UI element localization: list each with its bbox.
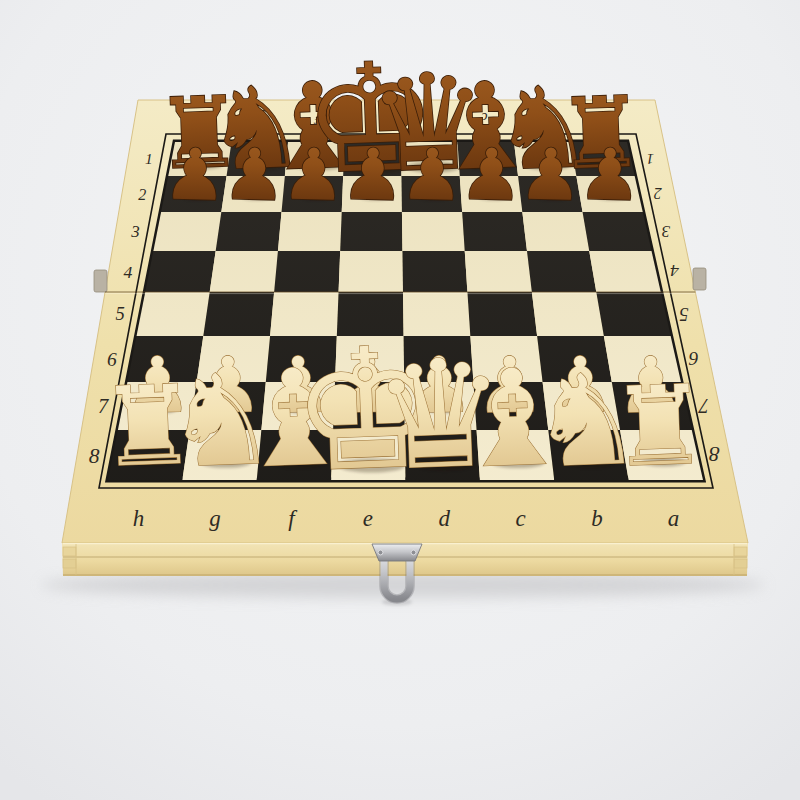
square-b3[interactable]: [522, 212, 589, 251]
file-label-bottom-a: a: [668, 506, 680, 531]
left-hinge: [94, 270, 107, 292]
file-label-bottom-g: g: [209, 506, 221, 531]
rank-label-right-4: 4: [670, 261, 679, 281]
file-label-bottom-d: d: [438, 506, 450, 531]
piece-dark-pawn-e2[interactable]: ♟: [340, 133, 406, 218]
piece-light-rook-a8[interactable]: ♜: [608, 361, 710, 491]
square-c3[interactable]: [462, 212, 527, 251]
square-g4[interactable]: [210, 251, 278, 292]
file-label-bottom-c: c: [516, 506, 526, 531]
square-e3[interactable]: [340, 212, 402, 251]
rank-label-right-1: 1: [646, 151, 654, 168]
finger-joint-right: [734, 547, 747, 556]
finger-joint-right: [734, 559, 747, 568]
chess-set-photo-scene: hgfedcbahgfedcba1122334455667788♜♞♝♚♛♝♞♜…: [0, 0, 800, 800]
clasp-screw: [378, 550, 383, 555]
rank-label-right-5: 5: [679, 304, 688, 325]
square-a4[interactable]: [589, 251, 660, 292]
piece-dark-pawn-d2[interactable]: ♟: [399, 133, 465, 218]
piece-dark-pawn-g2[interactable]: ♟: [221, 133, 287, 218]
piece-dark-pawn-h2[interactable]: ♟: [162, 133, 228, 218]
square-a5[interactable]: [596, 292, 670, 336]
square-h5[interactable]: [137, 292, 210, 336]
rank-label-left-2: 2: [138, 186, 146, 203]
square-d3[interactable]: [402, 212, 465, 251]
rank-label-right-3: 3: [662, 222, 671, 241]
finger-joint-left: [63, 559, 76, 568]
rank-label-left-3: 3: [130, 222, 139, 241]
square-h4[interactable]: [145, 251, 215, 292]
square-h3[interactable]: [153, 212, 221, 251]
right-hinge: [693, 268, 706, 290]
square-a3[interactable]: [583, 212, 652, 251]
rank-label-left-5: 5: [115, 303, 124, 324]
piece-dark-pawn-b2[interactable]: ♟: [518, 133, 584, 218]
square-g3[interactable]: [216, 212, 282, 251]
square-c4[interactable]: [465, 251, 532, 292]
piece-dark-pawn-f2[interactable]: ♟: [281, 133, 347, 218]
piece-dark-pawn-a2[interactable]: ♟: [577, 133, 643, 218]
square-e4[interactable]: [339, 251, 403, 292]
square-d4[interactable]: [402, 251, 467, 292]
square-b4[interactable]: [527, 251, 596, 292]
folding-chessboard: hgfedcbahgfedcba1122334455667788♜♞♝♚♛♝♞♜…: [0, 0, 800, 800]
rank-label-right-2: 2: [654, 185, 662, 202]
rank-label-left-1: 1: [145, 150, 153, 167]
file-label-bottom-h: h: [133, 506, 145, 531]
square-f3[interactable]: [278, 212, 342, 251]
finger-joint-left: [63, 547, 76, 556]
rank-label-left-4: 4: [124, 262, 133, 282]
square-b5[interactable]: [532, 292, 604, 336]
rank-label-left-8: 8: [89, 444, 100, 468]
rank-label-right-8: 8: [709, 442, 720, 466]
file-label-bottom-b: b: [591, 506, 603, 531]
file-label-bottom-e: e: [363, 506, 373, 531]
piece-dark-pawn-c2[interactable]: ♟: [458, 133, 524, 218]
clasp-screw: [411, 550, 416, 555]
square-f4[interactable]: [274, 251, 340, 292]
square-g5[interactable]: [203, 292, 274, 336]
